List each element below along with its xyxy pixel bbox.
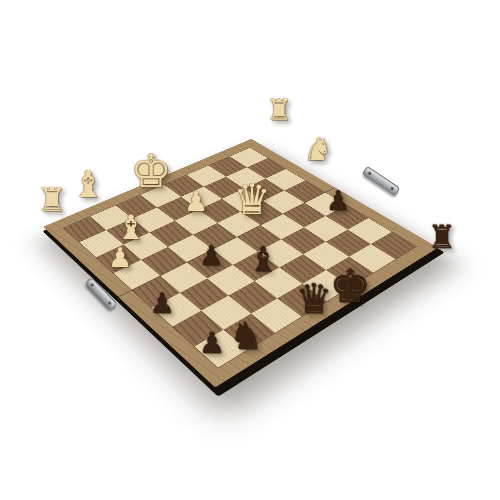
piece-black-bishop-d6[interactable]: ♝ — [248, 242, 278, 276]
hinge-screw — [368, 171, 372, 175]
piece-white-rook-g1[interactable]: ♜ — [266, 96, 292, 125]
piece-black-queen-d8[interactable]: ♛ — [296, 279, 333, 320]
piece-black-rook-h8[interactable]: ♜ — [428, 221, 457, 253]
piece-white-pawn-a4[interactable]: ♟ — [108, 244, 132, 271]
piece-black-pawn-g5[interactable]: ♟ — [326, 187, 350, 214]
rook-glyph: ♜ — [266, 93, 292, 127]
piece-white-queen-e4[interactable]: ♛ — [233, 179, 271, 221]
hinge-screw — [108, 301, 112, 305]
piece-black-king-e8[interactable]: ♚ — [329, 263, 370, 309]
bishop-glyph: ♝ — [116, 207, 146, 247]
hinge-screw — [90, 283, 94, 287]
chess-photo-scene: ♜♝♚♟♝♟♜♞♛♟♜♟♝♚♛♟♞♟ — [0, 0, 500, 500]
piece-black-pawn-c5[interactable]: ♟ — [199, 242, 223, 269]
pawn-glyph: ♟ — [326, 185, 350, 216]
bishop-glyph: ♝ — [248, 239, 278, 279]
hinge-screw — [390, 186, 394, 190]
queen-glyph: ♛ — [233, 175, 271, 224]
bishop-glyph: ♝ — [71, 163, 104, 206]
piece-white-bishop-b3[interactable]: ♝ — [116, 210, 146, 244]
rook-glyph: ♜ — [37, 180, 67, 219]
piece-black-pawn-a6[interactable]: ♟ — [149, 290, 174, 318]
piece-white-king-d2[interactable]: ♚ — [130, 148, 171, 194]
king-glyph: ♚ — [130, 144, 171, 198]
king-glyph: ♚ — [329, 259, 370, 313]
piece-white-rook-a1[interactable]: ♜ — [37, 183, 67, 216]
pawn-glyph: ♟ — [108, 242, 132, 273]
rook-glyph: ♜ — [428, 218, 457, 256]
piece-white-pawn-d3[interactable]: ♟ — [184, 188, 208, 215]
pawn-glyph: ♟ — [199, 240, 223, 271]
knight-glyph: ♞ — [229, 314, 263, 358]
knight-glyph: ♞ — [304, 133, 333, 165]
piece-white-bishop-b1[interactable]: ♝ — [71, 166, 104, 203]
piece-black-pawn-a7[interactable]: ♟ — [199, 329, 225, 358]
pawn-glyph: ♟ — [149, 287, 174, 320]
queen-glyph: ♛ — [296, 275, 333, 323]
hinge-right — [362, 166, 401, 197]
piece-black-knight-b8[interactable]: ♞ — [229, 317, 263, 355]
pawn-glyph: ♟ — [199, 326, 225, 360]
piece-white-knight-g3[interactable]: ♞ — [304, 133, 333, 165]
pawn-glyph: ♟ — [184, 186, 208, 217]
